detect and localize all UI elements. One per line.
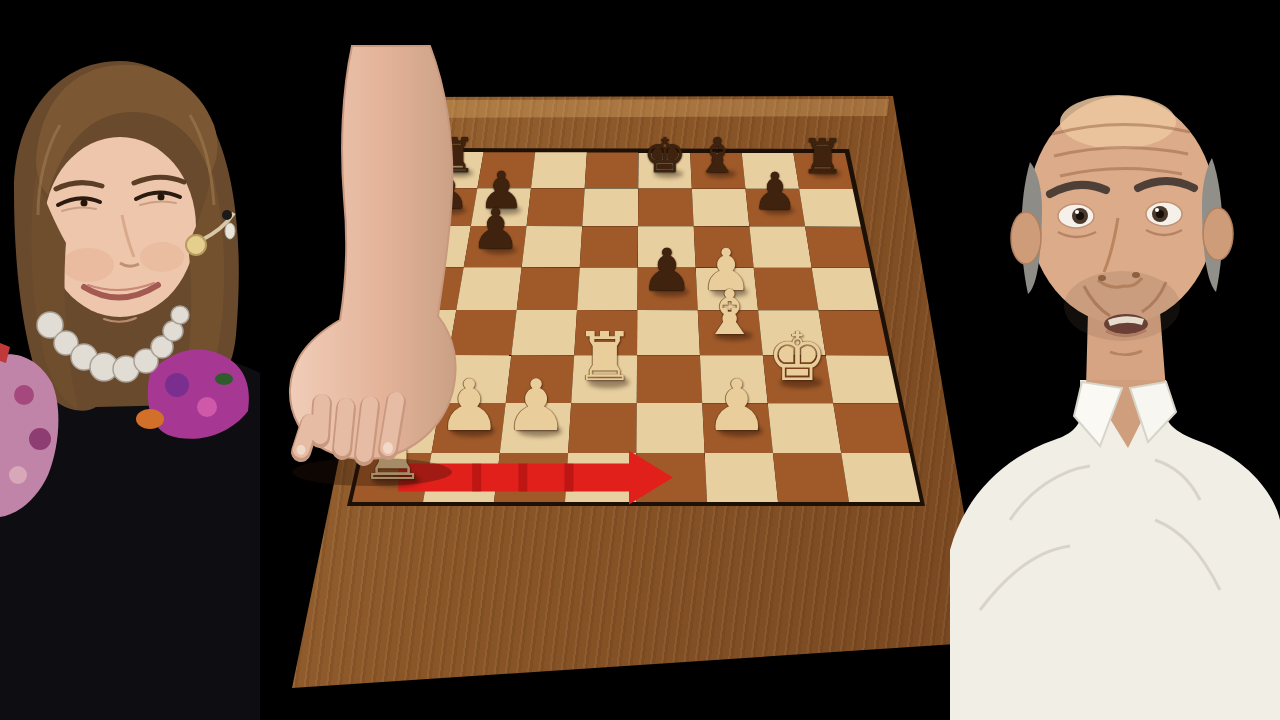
ear-left: [1011, 212, 1041, 264]
ear-right: [1203, 208, 1233, 260]
left-portrait-smiling-woman: [0, 55, 260, 720]
piece-black-pawn-e5: ♟: [641, 241, 693, 299]
thumbnail-canvas: ♜♚♝♜♟♟♟♟♟♟♝♜♚♟♟♟♜: [0, 0, 1280, 720]
piece-black-pawn-a7: ♟: [424, 165, 470, 216]
piece-white-rook-d3: ♜: [575, 324, 635, 391]
piece-black-bishop-f8: ♝: [696, 131, 739, 179]
cheek-shade: [140, 242, 184, 272]
piece-white-rook-a1: ♜: [358, 415, 426, 491]
piece-white-pawn-f2: ♟: [705, 370, 769, 441]
right-portrait-surprised-man: [950, 50, 1280, 720]
open-mouth: [1104, 314, 1148, 336]
piece-white-bishop-f4: ♝: [702, 282, 758, 344]
piece-black-pawn-b6: ♟: [471, 202, 520, 257]
white-shirt: [950, 380, 1280, 720]
piece-black-king-e8: ♚: [643, 131, 686, 179]
piece-white-king-g3: ♚: [767, 324, 827, 391]
cheek-shade: [62, 248, 114, 282]
piece-black-pawn-g7: ♟: [752, 166, 798, 217]
piece-white-pawn-b2: ♟: [437, 370, 501, 441]
piece-white-pawn-c2: ♟: [504, 370, 568, 441]
piece-black-rook-h8: ♜: [801, 132, 844, 180]
bald-crown-highlight: [1060, 95, 1176, 149]
